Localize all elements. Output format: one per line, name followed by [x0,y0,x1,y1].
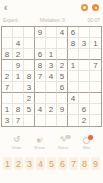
cell-r9c1[interactable]: 3 [2,115,13,126]
notes-label: Notes [58,145,68,150]
palette-icon[interactable] [81,4,88,11]
cell-r1c1[interactable] [2,27,13,38]
toolbar: ↺ Undo Erase ✎ Notes Hint [0,136,103,151]
cell-r8c1[interactable]: 1 [2,104,13,115]
cell-r1c5[interactable] [46,27,57,38]
cell-r8c9[interactable] [90,104,101,115]
cell-r1c8[interactable] [79,27,90,38]
stats-bar: Expert Mistakes: 0 00:07 [0,13,103,26]
cell-r6c3[interactable]: 3 [24,82,35,93]
cell-r1c9[interactable] [90,27,101,38]
numpad-key-5[interactable]: 5 [47,157,56,170]
cell-r2c8[interactable]: 3 [79,38,90,49]
cell-r1c4[interactable]: 9 [35,27,46,38]
cell-r3c4[interactable]: 6 [35,49,46,60]
cell-r9c3[interactable] [24,115,35,126]
cell-r5c2[interactable]: 1 [13,71,24,82]
numpad-key-8[interactable]: 8 [80,157,89,170]
cell-r3c7[interactable] [68,49,79,60]
cell-r6c6[interactable]: 6 [57,82,68,93]
cell-r5c8[interactable] [79,71,90,82]
cell-r3c9[interactable] [90,49,101,60]
undo-label: Undo [12,145,22,150]
eraser-icon [37,136,43,144]
cell-r7c4[interactable] [35,93,46,104]
numpad-key-6[interactable]: 6 [58,157,67,170]
cell-r6c7[interactable] [68,82,79,93]
cell-r9c4[interactable] [35,115,46,126]
cell-r4c5[interactable]: 3 [46,60,57,71]
cell-r5c4[interactable]: 7 [35,71,46,82]
cell-r5c7[interactable] [68,71,79,82]
cell-r8c3[interactable]: 5 [24,104,35,115]
cell-r3c5[interactable]: 1 [46,49,57,60]
cell-r4c7[interactable]: 1 [68,60,79,71]
erase-label: Erase [35,145,45,150]
cell-r8c2[interactable]: 8 [13,104,24,115]
cell-r4c9[interactable]: 7 [90,60,101,71]
cell-r4c6[interactable]: 2 [57,60,68,71]
cell-r4c4[interactable]: 8 [35,60,46,71]
cell-r7c3[interactable]: 2 [24,93,35,104]
cell-r9c6[interactable] [57,115,68,126]
cell-r4c1[interactable] [2,60,13,71]
cell-r5c1[interactable]: 2 [2,71,13,82]
numpad-key-1[interactable]: 1 [3,157,12,170]
cell-r9c5[interactable] [46,115,57,126]
cell-r6c4[interactable] [35,82,46,93]
cell-r7c5[interactable] [46,93,57,104]
cell-r5c9[interactable] [90,71,101,82]
cell-r7c1[interactable] [2,93,13,104]
cell-r2c6[interactable] [57,38,68,49]
cell-r4c3[interactable] [24,60,35,71]
cell-r3c2[interactable]: 2 [13,49,24,60]
numpad-key-4[interactable]: 4 [36,157,45,170]
cell-r6c2[interactable] [13,82,24,93]
timer: 00:07 [87,17,100,23]
cell-r9c9[interactable] [90,115,101,126]
numpad-key-2[interactable]: 2 [14,157,23,170]
cell-r7c7[interactable]: 4 [68,93,79,104]
cell-r2c1[interactable] [2,38,13,49]
cell-r3c1[interactable]: 8 [2,49,13,60]
cell-r6c8[interactable] [79,82,90,93]
erase-button[interactable]: Erase [31,136,48,150]
cell-r2c5[interactable] [46,38,57,49]
cell-r8c4[interactable]: 4 [35,104,46,115]
cell-r7c9[interactable] [90,93,101,104]
cell-r1c2[interactable] [13,27,24,38]
number-pad: 123456789 [0,157,103,170]
cell-r8c7[interactable] [68,104,79,115]
cell-r7c6[interactable] [57,93,68,104]
cell-r5c3[interactable]: 8 [24,71,35,82]
cell-r3c3[interactable] [24,49,35,60]
hint-button[interactable]: Hint [78,136,95,150]
cell-r4c8[interactable] [79,60,90,71]
cell-r2c3[interactable] [24,38,35,49]
top-icons [81,4,99,11]
cell-r6c9[interactable] [90,82,101,93]
cell-r4c2[interactable]: 9 [13,60,24,71]
cell-r6c5[interactable] [46,82,57,93]
undo-button[interactable]: ↺ Undo [8,136,25,150]
cell-r2c4[interactable] [35,38,46,49]
settings-icon[interactable] [92,4,99,11]
hint-badge [88,135,93,140]
cell-r8c6[interactable]: 9 [57,104,68,115]
notes-button[interactable]: ✎ Notes [55,136,72,150]
cell-r3c8[interactable] [79,49,90,60]
cell-r5c6[interactable]: 5 [57,71,68,82]
cell-r7c2[interactable] [13,93,24,104]
numpad-key-7[interactable]: 7 [69,157,78,170]
cell-r8c5[interactable]: 2 [46,104,57,115]
cell-r2c2[interactable]: 4 [13,38,24,49]
undo-icon: ↺ [13,136,20,144]
sudoku-board: 94648318261983217218745736241854296372 [1,26,102,127]
cell-r2c9[interactable]: 1 [90,38,101,49]
hint-label: Hint [83,145,90,150]
cell-r5c5[interactable]: 4 [46,71,57,82]
cell-r2c7[interactable]: 8 [68,38,79,49]
back-icon[interactable]: ‹ [4,3,7,12]
numpad-key-3[interactable]: 3 [25,157,34,170]
cell-r8c8[interactable]: 6 [79,104,90,115]
cell-r6c1[interactable]: 7 [2,82,13,93]
cell-r3c6[interactable] [57,49,68,60]
top-bar: ‹ [0,0,103,13]
cell-r1c6[interactable]: 4 [57,27,68,38]
notes-off-badge [65,135,71,139]
cell-r1c7[interactable]: 6 [68,27,79,38]
cell-r9c2[interactable]: 7 [13,115,24,126]
cell-r7c8[interactable] [79,93,90,104]
difficulty-label: Expert [3,17,17,23]
cell-r9c7[interactable] [68,115,79,126]
mistakes-counter: Mistakes: 0 [40,17,65,23]
cell-r1c3[interactable] [24,27,35,38]
numpad-key-9[interactable]: 9 [91,157,100,170]
cell-r9c8[interactable]: 2 [79,115,90,126]
